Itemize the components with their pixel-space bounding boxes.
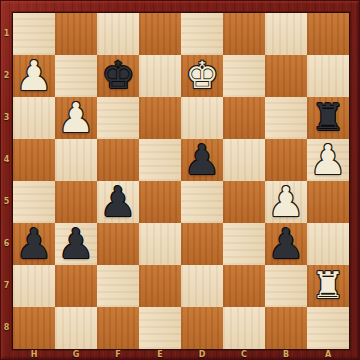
square-a3[interactable]: ♜ bbox=[307, 97, 349, 139]
black-rook-a3[interactable]: ♜ bbox=[307, 97, 349, 139]
square-c6[interactable] bbox=[223, 223, 265, 265]
square-f1[interactable] bbox=[97, 13, 139, 55]
square-d8[interactable] bbox=[181, 307, 223, 349]
square-a1[interactable] bbox=[307, 13, 349, 55]
square-h5[interactable] bbox=[13, 181, 55, 223]
rank-label-2: 2 bbox=[0, 55, 13, 97]
square-f8[interactable] bbox=[97, 307, 139, 349]
square-a8[interactable] bbox=[307, 307, 349, 349]
square-b7[interactable] bbox=[265, 265, 307, 307]
square-d4[interactable]: ♟ bbox=[181, 139, 223, 181]
square-d3[interactable] bbox=[181, 97, 223, 139]
square-e5[interactable] bbox=[139, 181, 181, 223]
square-h8[interactable] bbox=[13, 307, 55, 349]
square-d2[interactable]: ♚ bbox=[181, 55, 223, 97]
square-a6[interactable] bbox=[307, 223, 349, 265]
square-e8[interactable] bbox=[139, 307, 181, 349]
square-h1[interactable] bbox=[13, 13, 55, 55]
square-b2[interactable] bbox=[265, 55, 307, 97]
file-label-g: G bbox=[55, 349, 97, 360]
square-h2[interactable]: ♟ bbox=[13, 55, 55, 97]
square-f4[interactable] bbox=[97, 139, 139, 181]
file-label-f: F bbox=[97, 349, 139, 360]
file-label-b: B bbox=[265, 349, 307, 360]
square-h4[interactable] bbox=[13, 139, 55, 181]
square-a5[interactable] bbox=[307, 181, 349, 223]
square-f2[interactable]: ♚ bbox=[97, 55, 139, 97]
rank-label-1: 1 bbox=[0, 13, 13, 55]
black-pawn-g6[interactable]: ♟ bbox=[55, 223, 97, 265]
square-e6[interactable] bbox=[139, 223, 181, 265]
square-c7[interactable] bbox=[223, 265, 265, 307]
square-a2[interactable] bbox=[307, 55, 349, 97]
square-f7[interactable] bbox=[97, 265, 139, 307]
square-d1[interactable] bbox=[181, 13, 223, 55]
white-pawn-g3[interactable]: ♟ bbox=[55, 97, 97, 139]
square-g3[interactable]: ♟ bbox=[55, 97, 97, 139]
square-c1[interactable] bbox=[223, 13, 265, 55]
square-h6[interactable]: ♟ bbox=[13, 223, 55, 265]
square-f3[interactable] bbox=[97, 97, 139, 139]
file-label-a: A bbox=[307, 349, 349, 360]
square-e7[interactable] bbox=[139, 265, 181, 307]
white-pawn-a4[interactable]: ♟ bbox=[307, 139, 349, 181]
square-e3[interactable] bbox=[139, 97, 181, 139]
square-h3[interactable] bbox=[13, 97, 55, 139]
square-c2[interactable] bbox=[223, 55, 265, 97]
square-b8[interactable] bbox=[265, 307, 307, 349]
square-c3[interactable] bbox=[223, 97, 265, 139]
black-pawn-d4[interactable]: ♟ bbox=[181, 139, 223, 181]
black-pawn-h6[interactable]: ♟ bbox=[13, 223, 55, 265]
square-f5[interactable]: ♟ bbox=[97, 181, 139, 223]
square-h7[interactable] bbox=[13, 265, 55, 307]
square-g5[interactable] bbox=[55, 181, 97, 223]
board-frame: ♟♚♚♟♜♟♟♟♟♟♟♟♜ 12345678HGFEDCBA bbox=[0, 0, 360, 360]
square-g4[interactable] bbox=[55, 139, 97, 181]
square-e2[interactable] bbox=[139, 55, 181, 97]
square-c8[interactable] bbox=[223, 307, 265, 349]
square-g2[interactable] bbox=[55, 55, 97, 97]
square-b6[interactable]: ♟ bbox=[265, 223, 307, 265]
rank-label-5: 5 bbox=[0, 181, 13, 223]
square-c5[interactable] bbox=[223, 181, 265, 223]
chess-board: ♟♚♚♟♜♟♟♟♟♟♟♟♜ bbox=[13, 13, 349, 349]
square-a7[interactable]: ♜ bbox=[307, 265, 349, 307]
file-label-e: E bbox=[139, 349, 181, 360]
square-f6[interactable] bbox=[97, 223, 139, 265]
square-d5[interactable] bbox=[181, 181, 223, 223]
white-pawn-b5[interactable]: ♟ bbox=[265, 181, 307, 223]
rank-label-6: 6 bbox=[0, 223, 13, 265]
square-a4[interactable]: ♟ bbox=[307, 139, 349, 181]
square-b5[interactable]: ♟ bbox=[265, 181, 307, 223]
file-label-d: D bbox=[181, 349, 223, 360]
rank-label-7: 7 bbox=[0, 265, 13, 307]
square-b3[interactable] bbox=[265, 97, 307, 139]
black-pawn-b6[interactable]: ♟ bbox=[265, 223, 307, 265]
white-rook-a7[interactable]: ♜ bbox=[307, 265, 349, 307]
black-pawn-f5[interactable]: ♟ bbox=[97, 181, 139, 223]
square-g7[interactable] bbox=[55, 265, 97, 307]
square-g1[interactable] bbox=[55, 13, 97, 55]
square-e1[interactable] bbox=[139, 13, 181, 55]
black-king-f2[interactable]: ♚ bbox=[97, 55, 139, 97]
square-g6[interactable]: ♟ bbox=[55, 223, 97, 265]
square-c4[interactable] bbox=[223, 139, 265, 181]
square-b4[interactable] bbox=[265, 139, 307, 181]
square-e4[interactable] bbox=[139, 139, 181, 181]
rank-label-3: 3 bbox=[0, 97, 13, 139]
square-b1[interactable] bbox=[265, 13, 307, 55]
white-pawn-h2[interactable]: ♟ bbox=[13, 55, 55, 97]
square-d7[interactable] bbox=[181, 265, 223, 307]
square-g8[interactable] bbox=[55, 307, 97, 349]
white-king-d2[interactable]: ♚ bbox=[181, 55, 223, 97]
file-label-h: H bbox=[13, 349, 55, 360]
rank-label-8: 8 bbox=[0, 307, 13, 349]
file-label-c: C bbox=[223, 349, 265, 360]
square-d6[interactable] bbox=[181, 223, 223, 265]
rank-label-4: 4 bbox=[0, 139, 13, 181]
